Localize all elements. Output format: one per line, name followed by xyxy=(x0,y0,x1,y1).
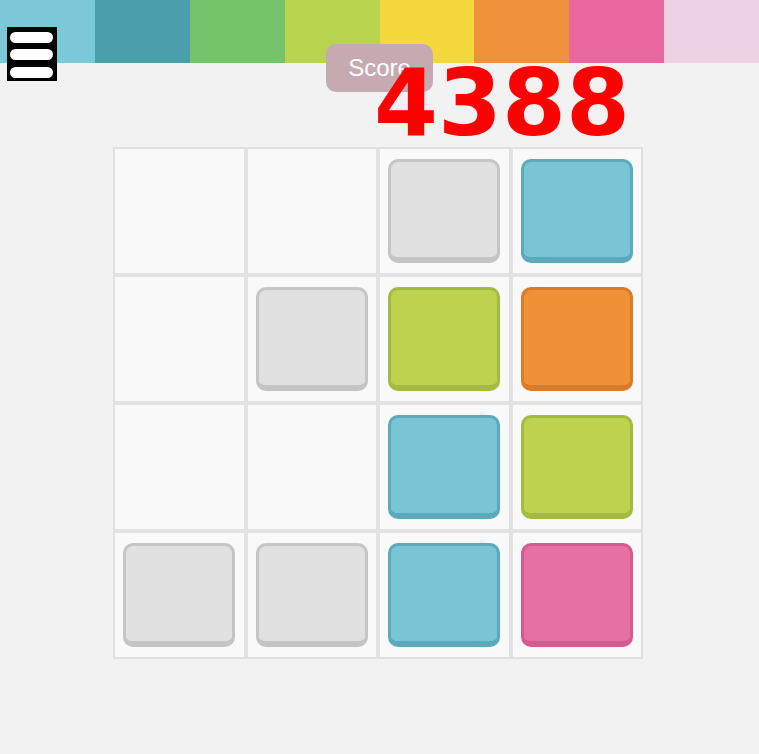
board-cell-r4c4 xyxy=(513,533,642,657)
page: Score 4388 xyxy=(0,0,759,754)
board-cell-r4c3 xyxy=(380,533,509,657)
board-cell-r2c1 xyxy=(115,277,244,401)
tile-pink-r4c4[interactable] xyxy=(521,543,633,647)
board-cell-r2c4 xyxy=(513,277,642,401)
tile-gray-r2c2[interactable] xyxy=(256,287,368,391)
board-cell-r3c1 xyxy=(115,405,244,529)
board-cell-r1c2 xyxy=(248,149,377,273)
tile-gray-r4c2[interactable] xyxy=(256,543,368,647)
board-cell-r3c2 xyxy=(248,405,377,529)
palette-segment-dark-teal xyxy=(95,0,190,63)
hamburger-bar xyxy=(10,49,53,60)
hamburger-bar xyxy=(10,32,53,43)
palette-segment-pale-pink xyxy=(664,0,759,63)
board-cell-r2c2 xyxy=(248,277,377,401)
menu-button[interactable] xyxy=(7,27,57,81)
tile-orange-r2c4[interactable] xyxy=(521,287,633,391)
board-cell-r2c3 xyxy=(380,277,509,401)
tile-gray-r1c3[interactable] xyxy=(388,159,500,263)
board-cell-r1c1 xyxy=(115,149,244,273)
tile-green-r2c3[interactable] xyxy=(388,287,500,391)
tile-blue-r4c3[interactable] xyxy=(388,543,500,647)
palette-segment-green xyxy=(190,0,285,63)
tile-green-r3c4[interactable] xyxy=(521,415,633,519)
board-cell-r1c3 xyxy=(380,149,509,273)
board-cell-r4c2 xyxy=(248,533,377,657)
tile-blue-r1c4[interactable] xyxy=(521,159,633,263)
score-value: 4388 xyxy=(374,70,630,137)
board-cell-r1c4 xyxy=(513,149,642,273)
board xyxy=(113,147,643,659)
tile-gray-r4c1[interactable] xyxy=(123,543,235,647)
board-cell-r3c4 xyxy=(513,405,642,529)
tile-blue-r3c3[interactable] xyxy=(388,415,500,519)
board-cell-r3c3 xyxy=(380,405,509,529)
hamburger-bar xyxy=(10,67,53,78)
board-cell-r4c1 xyxy=(115,533,244,657)
